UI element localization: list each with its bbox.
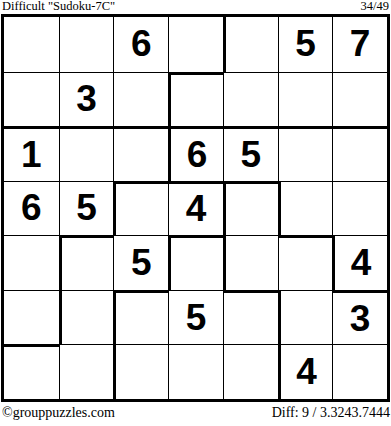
cell-r4c6[interactable] [278, 181, 333, 236]
cell-r1c1[interactable] [4, 17, 59, 72]
cell-r7c1[interactable] [4, 344, 59, 399]
cell-r6c5[interactable] [223, 290, 278, 345]
cell-r7c4[interactable] [168, 344, 223, 399]
cell-r3c4[interactable]: 6 [168, 126, 223, 181]
cell-r1c7[interactable]: 7 [332, 17, 387, 72]
cell-r5c1[interactable] [4, 235, 59, 290]
cell-r2c5[interactable] [223, 72, 278, 127]
cell-r2c6[interactable] [278, 72, 333, 127]
cell-r2c3[interactable] [113, 72, 168, 127]
cell-r2c4[interactable] [168, 72, 223, 127]
cell-r2c1[interactable] [4, 72, 59, 127]
cell-r3c5[interactable]: 5 [223, 126, 278, 181]
cell-r3c6[interactable] [278, 126, 333, 181]
sudoku-page: Difficult "Sudoku-7C" 34/49 657316565454… [0, 0, 391, 426]
cell-r5c7[interactable]: 4 [332, 235, 387, 290]
cell-r7c5[interactable] [223, 344, 278, 399]
cell-counter: 34/49 [361, 0, 389, 13]
cell-r4c3[interactable] [113, 181, 168, 236]
sudoku-grid: 657316565454534 [1, 14, 390, 402]
cell-r6c4[interactable]: 5 [168, 290, 223, 345]
cell-r4c2[interactable]: 5 [59, 181, 114, 236]
cell-r7c3[interactable] [113, 344, 168, 399]
cell-r3c1[interactable]: 1 [4, 126, 59, 181]
cell-r7c2[interactable] [59, 344, 114, 399]
header-bar: Difficult "Sudoku-7C" 34/49 [2, 0, 389, 13]
cell-r1c5[interactable] [223, 17, 278, 72]
cell-r1c6[interactable]: 5 [278, 17, 333, 72]
cell-r3c7[interactable] [332, 126, 387, 181]
cell-r5c6[interactable] [278, 235, 333, 290]
cell-r3c3[interactable] [113, 126, 168, 181]
cell-r2c7[interactable] [332, 72, 387, 127]
cell-r4c7[interactable] [332, 181, 387, 236]
copyright-text: ©grouppuzzles.com [2, 404, 115, 422]
cell-r1c3[interactable]: 6 [113, 17, 168, 72]
cell-r5c4[interactable] [168, 235, 223, 290]
cell-r6c1[interactable] [4, 290, 59, 345]
cell-r4c5[interactable] [223, 181, 278, 236]
cell-r2c2[interactable]: 3 [59, 72, 114, 127]
cell-r5c2[interactable] [59, 235, 114, 290]
cell-r7c7[interactable] [332, 344, 387, 399]
cell-r6c6[interactable] [278, 290, 333, 345]
cell-r7c6[interactable]: 4 [278, 344, 333, 399]
cell-r3c2[interactable] [59, 126, 114, 181]
cell-r6c7[interactable]: 3 [332, 290, 387, 345]
cell-r1c2[interactable] [59, 17, 114, 72]
difficulty-text: Diff: 9 / 3.3243.7444 [272, 404, 390, 422]
cell-r5c5[interactable] [223, 235, 278, 290]
cell-r1c4[interactable] [168, 17, 223, 72]
cell-r4c4[interactable]: 4 [168, 181, 223, 236]
puzzle-title: Difficult "Sudoku-7C" [2, 0, 115, 13]
cell-r6c2[interactable] [59, 290, 114, 345]
footer-bar: ©grouppuzzles.com Diff: 9 / 3.3243.7444 [2, 404, 390, 422]
cell-r4c1[interactable]: 6 [4, 181, 59, 236]
cell-r6c3[interactable] [113, 290, 168, 345]
cell-r5c3[interactable]: 5 [113, 235, 168, 290]
